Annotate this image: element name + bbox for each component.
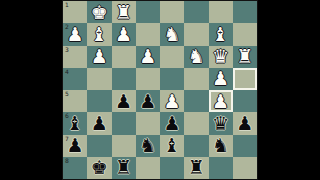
square-c7[interactable] [184,135,208,157]
square-b1[interactable] [209,1,233,23]
white-knight-piece: ♞ [160,23,184,45]
square-d7[interactable]: ♝ [160,135,184,157]
square-d2[interactable]: ♞ [160,23,184,45]
black-pawn-piece: ♟ [112,90,136,112]
white-queen-piece: ♛ [209,46,233,68]
square-f4[interactable] [112,68,136,90]
square-a1[interactable] [233,1,257,23]
square-b8[interactable] [209,157,233,179]
square-e6[interactable] [136,112,160,134]
square-a2[interactable] [233,23,257,45]
white-pawn-piece: ♟ [160,90,184,112]
black-pawn-piece: ♟ [233,112,257,134]
white-pawn-piece: ♟ [136,46,160,68]
black-pawn-piece: ♟ [87,112,111,134]
square-c2[interactable] [184,23,208,45]
white-rook-piece: ♜ [112,1,136,23]
square-g6[interactable]: ♟ [87,112,111,134]
square-h6[interactable]: 6♝ [63,112,87,134]
square-a6[interactable]: ♟ [233,112,257,134]
square-f8[interactable]: ♜ [112,157,136,179]
square-g2[interactable]: ♝ [87,23,111,45]
white-bishop-piece: ♝ [209,23,233,45]
white-knight-piece: ♞ [184,46,208,68]
square-b5[interactable]: ♟ [209,90,233,112]
square-a8[interactable] [233,157,257,179]
square-f5[interactable]: ♟ [112,90,136,112]
white-pawn-piece: ♟ [209,68,233,90]
square-e3[interactable]: ♟ [136,46,160,68]
square-d3[interactable] [160,46,184,68]
square-e7[interactable]: ♞ [136,135,160,157]
black-pawn-piece: ♟ [160,112,184,134]
square-g5[interactable] [87,90,111,112]
square-h2[interactable]: 2♟ [63,23,87,45]
white-pawn-piece: ♟ [87,46,111,68]
black-knight-piece: ♞ [209,135,233,157]
square-a4[interactable] [233,68,257,90]
square-b4[interactable]: ♟ [209,68,233,90]
square-d5[interactable]: ♟ [160,90,184,112]
square-f2[interactable]: ♟ [112,23,136,45]
square-e8[interactable] [136,157,160,179]
square-g8[interactable]: ♚ [87,157,111,179]
square-h1[interactable]: 1 [63,1,87,23]
rank-label: 8 [65,157,69,164]
chess-board: 1♚♜2♟♝♟♞♝3♟♟♞♛♜4♟5♟♟♟♟6♝♟♟♛♟7♟♞♝♞8♚♜♜ [62,0,258,180]
square-a5[interactable] [233,90,257,112]
square-c1[interactable] [184,1,208,23]
square-d1[interactable] [160,1,184,23]
square-g7[interactable] [87,135,111,157]
rank-label: 4 [65,68,69,75]
rank-label: 3 [65,46,69,53]
square-g1[interactable]: ♚ [87,1,111,23]
square-e4[interactable] [136,68,160,90]
square-h8[interactable]: 8 [63,157,87,179]
square-b7[interactable]: ♞ [209,135,233,157]
black-rook-piece: ♜ [112,157,136,179]
black-pawn-piece: ♟ [63,135,87,157]
black-knight-piece: ♞ [136,135,160,157]
square-d8[interactable] [160,157,184,179]
square-e2[interactable] [136,23,160,45]
square-f6[interactable] [112,112,136,134]
black-rook-piece: ♜ [184,157,208,179]
white-pawn-piece: ♟ [112,23,136,45]
white-bishop-piece: ♝ [87,23,111,45]
square-c3[interactable]: ♞ [184,46,208,68]
black-queen-piece: ♛ [209,112,233,134]
square-g4[interactable] [87,68,111,90]
square-c8[interactable]: ♜ [184,157,208,179]
square-f3[interactable] [112,46,136,68]
square-a3[interactable]: ♜ [233,46,257,68]
chess-app-window: 1♚♜2♟♝♟♞♝3♟♟♞♛♜4♟5♟♟♟♟6♝♟♟♛♟7♟♞♝♞8♚♜♜ [0,0,320,180]
square-e5[interactable]: ♟ [136,90,160,112]
white-pawn-piece: ♟ [209,90,233,112]
square-f7[interactable] [112,135,136,157]
white-pawn-piece: ♟ [63,23,87,45]
white-rook-piece: ♜ [233,46,257,68]
rank-label: 5 [65,90,69,97]
square-c5[interactable] [184,90,208,112]
black-king-piece: ♚ [87,157,111,179]
square-e1[interactable] [136,1,160,23]
square-h5[interactable]: 5 [63,90,87,112]
black-pawn-piece: ♟ [136,90,160,112]
black-bishop-piece: ♝ [63,112,87,134]
square-c4[interactable] [184,68,208,90]
rank-label: 1 [65,1,69,8]
square-b6[interactable]: ♛ [209,112,233,134]
square-b3[interactable]: ♛ [209,46,233,68]
white-king-piece: ♚ [87,1,111,23]
square-d4[interactable] [160,68,184,90]
square-b2[interactable]: ♝ [209,23,233,45]
square-h4[interactable]: 4 [63,68,87,90]
square-g3[interactable]: ♟ [87,46,111,68]
square-f1[interactable]: ♜ [112,1,136,23]
square-h7[interactable]: 7♟ [63,135,87,157]
square-c6[interactable] [184,112,208,134]
square-h3[interactable]: 3 [63,46,87,68]
square-d6[interactable]: ♟ [160,112,184,134]
black-bishop-piece: ♝ [160,135,184,157]
square-a7[interactable] [233,135,257,157]
